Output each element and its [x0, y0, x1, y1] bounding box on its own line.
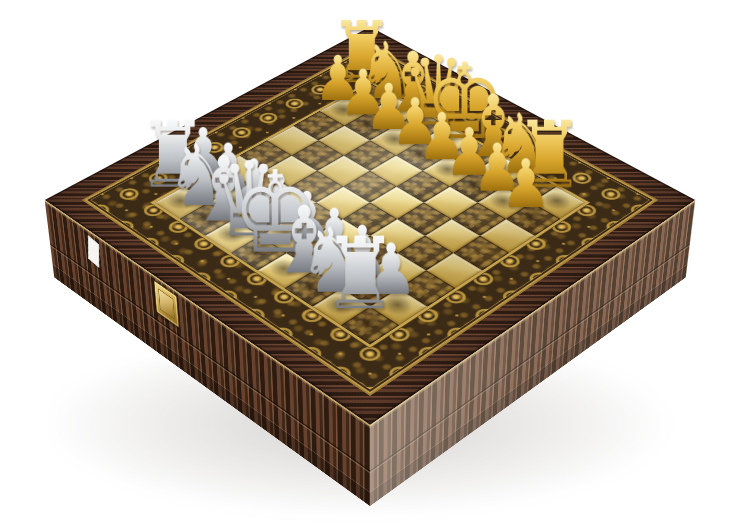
square-g5[interactable] [425, 219, 480, 253]
piece-silver-rook-h1[interactable]: ♜ [322, 225, 398, 325]
chess-case: ♜♞♝♛♚♝♞♜♟♟♟♟♟♟♟♟♟♟♟♟♟♟♟♟♜♞♝♛♚♝♞♜ [45, 27, 696, 425]
piece-gold-pawn-h7[interactable]: ♟ [500, 151, 551, 218]
label-sticker [88, 235, 99, 268]
scene-3d: ♜♞♝♛♚♝♞♜♟♟♟♟♟♟♟♟♟♟♟♟♟♟♟♟♜♞♝♛♚♝♞♜ [0, 0, 750, 530]
scene: ♜♞♝♛♚♝♞♜♟♟♟♟♟♟♟♟♟♟♟♟♟♟♟♟♜♞♝♛♚♝♞♜ [0, 0, 750, 530]
latch-plate [158, 288, 175, 319]
